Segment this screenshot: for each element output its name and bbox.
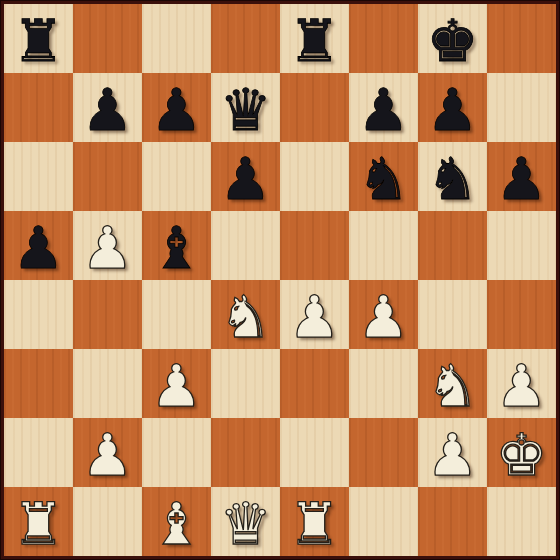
piece-white-pawn: ♟: [427, 426, 479, 484]
piece-black-rook: ♜: [289, 12, 341, 70]
piece-white-knight: ♞: [427, 357, 479, 415]
square-h1[interactable]: [487, 487, 556, 556]
piece-white-king: ♚: [496, 426, 548, 484]
square-e4[interactable]: ♟: [280, 280, 349, 349]
square-f6[interactable]: ♞: [349, 142, 418, 211]
square-d2[interactable]: [211, 418, 280, 487]
square-d1[interactable]: ♛: [211, 487, 280, 556]
chess-board: ♜♜♚♟♟♛♟♟♟♞♞♟♟♟♝♞♟♟♟♞♟♟♟♚♜♝♛♜: [4, 4, 556, 556]
piece-black-pawn: ♟: [13, 219, 65, 277]
square-g6[interactable]: ♞: [418, 142, 487, 211]
piece-black-rook: ♜: [13, 12, 65, 70]
square-f3[interactable]: [349, 349, 418, 418]
square-d3[interactable]: [211, 349, 280, 418]
square-a7[interactable]: [4, 73, 73, 142]
square-g3[interactable]: ♞: [418, 349, 487, 418]
square-e6[interactable]: [280, 142, 349, 211]
square-a1[interactable]: ♜: [4, 487, 73, 556]
piece-black-queen: ♛: [220, 81, 272, 139]
square-c5[interactable]: ♝: [142, 211, 211, 280]
piece-black-knight: ♞: [358, 150, 410, 208]
piece-black-pawn: ♟: [82, 81, 134, 139]
square-b5[interactable]: ♟: [73, 211, 142, 280]
square-h4[interactable]: [487, 280, 556, 349]
square-c7[interactable]: ♟: [142, 73, 211, 142]
piece-black-pawn: ♟: [220, 150, 272, 208]
square-e2[interactable]: [280, 418, 349, 487]
square-e3[interactable]: [280, 349, 349, 418]
square-f5[interactable]: [349, 211, 418, 280]
square-e1[interactable]: ♜: [280, 487, 349, 556]
square-d6[interactable]: ♟: [211, 142, 280, 211]
square-a6[interactable]: [4, 142, 73, 211]
square-d4[interactable]: ♞: [211, 280, 280, 349]
square-e5[interactable]: [280, 211, 349, 280]
piece-white-bishop: ♝: [151, 495, 203, 553]
square-c6[interactable]: [142, 142, 211, 211]
piece-white-pawn: ♟: [358, 288, 410, 346]
piece-white-rook: ♜: [289, 495, 341, 553]
square-f8[interactable]: [349, 4, 418, 73]
piece-white-rook: ♜: [13, 495, 65, 553]
square-g4[interactable]: [418, 280, 487, 349]
piece-black-pawn: ♟: [358, 81, 410, 139]
square-a4[interactable]: [4, 280, 73, 349]
square-h7[interactable]: [487, 73, 556, 142]
square-b6[interactable]: [73, 142, 142, 211]
square-f2[interactable]: [349, 418, 418, 487]
square-c4[interactable]: [142, 280, 211, 349]
piece-white-pawn: ♟: [496, 357, 548, 415]
square-f4[interactable]: ♟: [349, 280, 418, 349]
square-h5[interactable]: [487, 211, 556, 280]
square-a5[interactable]: ♟: [4, 211, 73, 280]
square-c2[interactable]: [142, 418, 211, 487]
square-h6[interactable]: ♟: [487, 142, 556, 211]
square-d8[interactable]: [211, 4, 280, 73]
square-f1[interactable]: [349, 487, 418, 556]
piece-black-king: ♚: [427, 12, 479, 70]
piece-black-knight: ♞: [427, 150, 479, 208]
square-h3[interactable]: ♟: [487, 349, 556, 418]
square-d5[interactable]: [211, 211, 280, 280]
square-b4[interactable]: [73, 280, 142, 349]
piece-white-pawn: ♟: [82, 426, 134, 484]
piece-black-bishop: ♝: [151, 219, 203, 277]
square-a2[interactable]: [4, 418, 73, 487]
piece-black-pawn: ♟: [427, 81, 479, 139]
piece-white-pawn: ♟: [151, 357, 203, 415]
square-h2[interactable]: ♚: [487, 418, 556, 487]
square-c3[interactable]: ♟: [142, 349, 211, 418]
square-b8[interactable]: [73, 4, 142, 73]
square-g2[interactable]: ♟: [418, 418, 487, 487]
piece-white-queen: ♛: [220, 495, 272, 553]
piece-white-knight: ♞: [220, 288, 272, 346]
square-a8[interactable]: ♜: [4, 4, 73, 73]
square-g8[interactable]: ♚: [418, 4, 487, 73]
square-g7[interactable]: ♟: [418, 73, 487, 142]
square-e8[interactable]: ♜: [280, 4, 349, 73]
square-b7[interactable]: ♟: [73, 73, 142, 142]
square-c1[interactable]: ♝: [142, 487, 211, 556]
square-g1[interactable]: [418, 487, 487, 556]
square-b2[interactable]: ♟: [73, 418, 142, 487]
square-g5[interactable]: [418, 211, 487, 280]
chess-board-frame: ♜♜♚♟♟♛♟♟♟♞♞♟♟♟♝♞♟♟♟♞♟♟♟♚♜♝♛♜: [0, 0, 560, 560]
square-b1[interactable]: [73, 487, 142, 556]
piece-white-pawn: ♟: [82, 219, 134, 277]
square-h8[interactable]: [487, 4, 556, 73]
piece-black-pawn: ♟: [151, 81, 203, 139]
square-b3[interactable]: [73, 349, 142, 418]
square-d7[interactable]: ♛: [211, 73, 280, 142]
piece-white-pawn: ♟: [289, 288, 341, 346]
square-c8[interactable]: [142, 4, 211, 73]
square-a3[interactable]: [4, 349, 73, 418]
square-e7[interactable]: [280, 73, 349, 142]
square-f7[interactable]: ♟: [349, 73, 418, 142]
piece-black-pawn: ♟: [496, 150, 548, 208]
